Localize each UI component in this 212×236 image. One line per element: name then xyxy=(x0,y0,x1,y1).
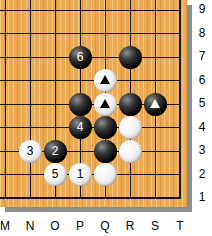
grid-line-col-T xyxy=(179,0,181,199)
stone-move-number: 3 xyxy=(19,140,42,163)
grid-line-col-N xyxy=(30,0,31,199)
stone-move-number: 6 xyxy=(69,46,92,69)
coord-label-col-S: S xyxy=(147,219,163,233)
stone-black-R5[interactable] xyxy=(119,93,142,116)
go-diagram-window: 643251 987654321 MNOPQRST xyxy=(0,0,212,236)
coord-label-col-R: R xyxy=(122,219,138,233)
stone-white-R4[interactable] xyxy=(119,116,142,139)
coord-label-col-Q: Q xyxy=(97,219,113,233)
coord-label-row-1: 1 xyxy=(193,190,211,204)
grid-line-row-1 xyxy=(0,197,181,199)
stone-move-number: 4 xyxy=(69,116,92,139)
stone-black-R7[interactable] xyxy=(119,46,142,69)
stone-white-Q2[interactable] xyxy=(94,163,117,186)
stone-black-Q4[interactable] xyxy=(94,116,117,139)
grid-line-row-6 xyxy=(0,80,181,81)
coord-label-col-M: M xyxy=(0,219,13,233)
stone-move-number: 1 xyxy=(69,163,92,186)
coord-label-row-4: 4 xyxy=(193,120,211,134)
stone-white-P2[interactable]: 1 xyxy=(69,163,92,186)
go-board[interactable]: 643251 xyxy=(0,0,187,207)
coord-label-col-N: N xyxy=(22,219,38,233)
stone-black-O3[interactable]: 2 xyxy=(44,140,67,163)
coord-label-row-9: 9 xyxy=(193,2,211,16)
grid-line-row-8 xyxy=(0,33,181,34)
coord-label-row-3: 3 xyxy=(193,143,211,157)
stone-black-P4[interactable]: 4 xyxy=(69,116,92,139)
grid-line-col-M xyxy=(5,0,6,199)
triangle-mark-icon xyxy=(100,99,110,108)
coord-label-col-O: O xyxy=(47,219,63,233)
coord-label-row-8: 8 xyxy=(193,26,211,40)
stone-black-S5[interactable] xyxy=(144,93,167,116)
coord-label-col-P: P xyxy=(72,219,88,233)
coord-label-row-2: 2 xyxy=(193,167,211,181)
stone-move-number: 5 xyxy=(44,163,67,186)
stone-white-N3[interactable]: 3 xyxy=(19,140,42,163)
coord-label-row-7: 7 xyxy=(193,49,211,63)
stone-black-Q3[interactable] xyxy=(94,140,117,163)
triangle-mark-icon xyxy=(100,75,110,84)
stone-white-R3[interactable] xyxy=(119,140,142,163)
grid-line-row-9 xyxy=(0,10,181,11)
stone-black-P5[interactable] xyxy=(69,93,92,116)
coord-label-row-6: 6 xyxy=(193,73,211,87)
stone-white-Q5[interactable] xyxy=(94,93,117,116)
stone-move-number: 2 xyxy=(44,140,67,163)
coord-label-col-T: T xyxy=(172,219,188,233)
coord-label-row-5: 5 xyxy=(193,96,211,110)
stone-white-O2[interactable]: 5 xyxy=(44,163,67,186)
triangle-mark-icon xyxy=(150,99,160,108)
stone-black-P7[interactable]: 6 xyxy=(69,46,92,69)
stone-white-Q6[interactable] xyxy=(94,69,117,92)
